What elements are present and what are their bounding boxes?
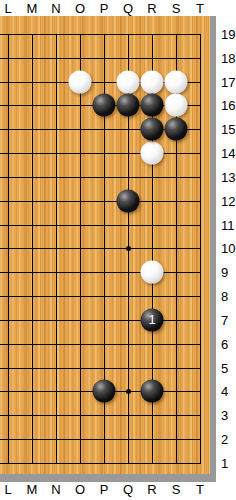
right-label-9: 9 [221, 266, 228, 279]
top-label-M: M [27, 2, 38, 15]
top-label-N: N [51, 2, 60, 15]
bottom-label-R: R [147, 483, 156, 496]
grid-hline-8 [0, 296, 201, 297]
stone-black-r16 [141, 94, 164, 117]
grid-hline-5 [0, 368, 201, 369]
stone-white-s17 [165, 70, 188, 93]
right-label-4: 4 [221, 385, 228, 398]
stone-white-s16 [165, 94, 188, 117]
top-label-S: S [172, 2, 181, 15]
go-board-screen: 1 LMNOPQRST LMNOPQRST 191817161514131211… [0, 0, 236, 500]
right-label-8: 8 [221, 290, 228, 303]
top-label-L: L [4, 2, 11, 15]
grid-vline-O [80, 34, 81, 464]
right-label-18: 18 [221, 51, 235, 64]
top-label-T: T [196, 2, 204, 15]
bottom-label-L: L [4, 483, 11, 496]
grid-hline-3 [0, 415, 201, 416]
right-label-7: 7 [221, 313, 228, 326]
grid-hline-11 [0, 225, 201, 226]
grid-hline-10 [0, 248, 201, 249]
star-point-q10 [126, 246, 131, 251]
right-label-13: 13 [221, 170, 235, 183]
stone-black-p16 [93, 94, 116, 117]
right-label-12: 12 [221, 194, 235, 207]
bottom-label-O: O [75, 483, 85, 496]
top-label-O: O [75, 2, 85, 15]
bottom-label-N: N [51, 483, 60, 496]
bottom-label-P: P [100, 483, 109, 496]
right-label-19: 19 [221, 28, 235, 41]
grid-hline-14 [0, 153, 201, 154]
board-edge-shadow-right [210, 16, 216, 482]
grid-hline-12 [0, 201, 201, 202]
grid-vline-N [56, 34, 57, 464]
right-label-5: 5 [221, 361, 228, 374]
stone-white-q17 [117, 70, 140, 93]
bottom-label-S: S [172, 483, 181, 496]
right-label-16: 16 [221, 99, 235, 112]
star-point-q4 [126, 389, 131, 394]
right-label-1: 1 [221, 456, 228, 469]
stone-white-o17 [69, 70, 92, 93]
stone-black-s15 [165, 118, 188, 141]
right-label-11: 11 [221, 218, 235, 231]
right-label-14: 14 [221, 147, 235, 160]
right-label-2: 2 [221, 433, 228, 446]
grid-hline-9 [0, 272, 201, 273]
top-label-R: R [147, 2, 156, 15]
top-label-P: P [100, 2, 109, 15]
go-board[interactable]: 1 [0, 16, 210, 474]
right-label-6: 6 [221, 337, 228, 350]
top-label-Q: Q [123, 2, 133, 15]
right-label-3: 3 [221, 409, 228, 422]
board-edge-shadow-bottom [0, 474, 216, 482]
grid-hline-2 [0, 439, 201, 440]
grid-vline-M [32, 34, 33, 464]
grid-vline-L [8, 34, 9, 464]
grid-hline-13 [0, 177, 201, 178]
grid-hline-18 [0, 58, 201, 59]
grid-hline-7 [0, 320, 201, 321]
bottom-label-M: M [27, 483, 38, 496]
bottom-label-T: T [196, 483, 204, 496]
stone-black-q16 [117, 94, 140, 117]
stone-white-r17 [141, 70, 164, 93]
stone-black-r4 [141, 380, 164, 403]
stone-black-p4 [93, 380, 116, 403]
bottom-label-Q: Q [123, 483, 133, 496]
stone-black-q12 [117, 189, 140, 212]
right-label-17: 17 [221, 75, 235, 88]
stone-white-r14 [141, 142, 164, 165]
right-label-15: 15 [221, 123, 235, 136]
grid-hline-1 [0, 463, 201, 464]
stone-black-r15 [141, 118, 164, 141]
grid-vline-T [200, 34, 201, 464]
stone-black-r7: 1 [141, 308, 164, 331]
stone-white-r9 [141, 261, 164, 284]
move-number-label: 1 [148, 313, 155, 326]
grid-hline-6 [0, 344, 201, 345]
right-label-10: 10 [221, 242, 235, 255]
grid-hline-19 [0, 34, 201, 35]
